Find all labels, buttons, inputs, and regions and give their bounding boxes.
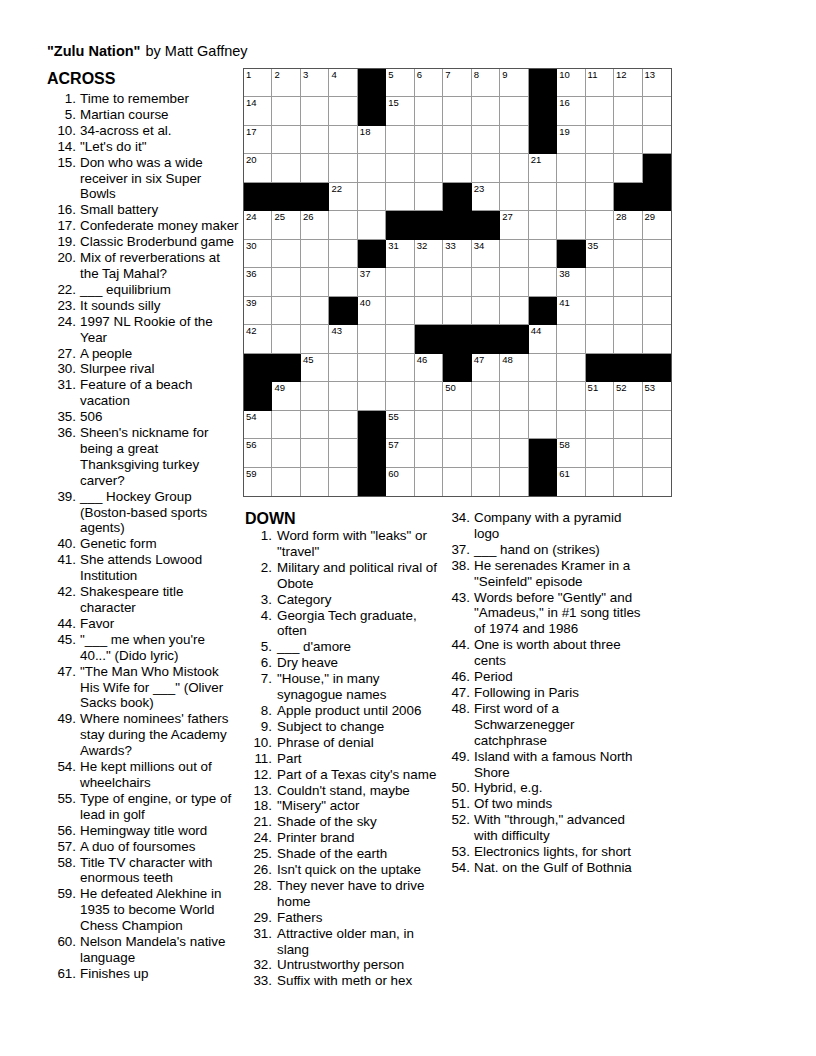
clue-number: 29.	[245, 910, 272, 926]
grid-cell[interactable]: 20	[244, 154, 272, 182]
grid-cell[interactable]	[301, 268, 329, 296]
grid-cell[interactable]	[272, 411, 300, 439]
grid-cell[interactable]: 25	[272, 211, 300, 239]
grid-cell[interactable]: 43	[329, 325, 357, 353]
grid-cell[interactable]	[500, 183, 528, 211]
grid-cell[interactable]	[529, 268, 557, 296]
clue-number: 42.	[47, 584, 76, 600]
cell-number: 15	[388, 97, 399, 108]
grid-cell[interactable]: 60	[386, 468, 414, 496]
grid-cell[interactable]	[500, 382, 528, 410]
grid-cell[interactable]: 3	[301, 69, 329, 97]
grid-cell[interactable]	[443, 297, 471, 325]
grid-cell[interactable]	[329, 411, 357, 439]
grid-cell[interactable]	[358, 325, 386, 353]
grid-cell[interactable]: 21	[529, 154, 557, 182]
clue-item: 14."Let's do it"	[47, 139, 239, 155]
clue-number: 24.	[47, 314, 76, 330]
grid-cell[interactable]	[643, 126, 671, 154]
grid-cell[interactable]	[557, 183, 585, 211]
grid-cell[interactable]: 9	[500, 69, 528, 97]
grid-cell[interactable]	[500, 411, 528, 439]
grid-cell[interactable]	[529, 382, 557, 410]
grid-cell[interactable]	[500, 240, 528, 268]
grid-cell[interactable]	[643, 439, 671, 467]
grid-cell[interactable]	[329, 97, 357, 125]
grid-cell[interactable]: 10	[557, 69, 585, 97]
clue-number: 49.	[440, 749, 470, 765]
cell-number: 18	[360, 126, 371, 137]
clue-number: 3.	[245, 592, 272, 608]
grid-cell[interactable]	[586, 297, 614, 325]
grid-cell[interactable]: 17	[244, 126, 272, 154]
puzzle-title: "Zulu Nation"by Matt Gaffney	[47, 43, 248, 59]
grid-cell-black	[329, 297, 357, 325]
grid-cell[interactable]: 56	[244, 439, 272, 467]
grid-cell[interactable]	[643, 97, 671, 125]
clue-number: 57.	[47, 839, 76, 855]
grid-cell[interactable]	[529, 240, 557, 268]
grid-cell-black	[529, 97, 557, 125]
clue-text: Word form with "leaks" or "travel"	[277, 528, 443, 560]
cell-number: 23	[474, 183, 485, 194]
grid-cell[interactable]	[586, 268, 614, 296]
grid-cell[interactable]: 38	[557, 268, 585, 296]
grid-cell[interactable]	[472, 411, 500, 439]
grid-cell[interactable]: 6	[415, 69, 443, 97]
cell-number: 21	[531, 154, 542, 165]
clue-number: 20.	[47, 250, 76, 266]
cell-number: 29	[645, 211, 656, 222]
grid-cell[interactable]	[415, 297, 443, 325]
clue-number: 14.	[47, 139, 76, 155]
clue-text: Untrustworthy person	[277, 957, 443, 973]
grid-cell[interactable]: 22	[329, 183, 357, 211]
grid-cell[interactable]	[472, 297, 500, 325]
grid-cell[interactable]	[415, 97, 443, 125]
grid-cell[interactable]	[301, 126, 329, 154]
grid-cell[interactable]: 16	[557, 97, 585, 125]
grid-cell[interactable]	[500, 297, 528, 325]
grid-cell[interactable]: 40	[358, 297, 386, 325]
grid-cell[interactable]	[500, 126, 528, 154]
grid-cell[interactable]: 61	[557, 468, 585, 496]
grid-cell[interactable]: 58	[557, 439, 585, 467]
grid-cell[interactable]: 15	[386, 97, 414, 125]
clue-number: 30.	[47, 361, 76, 377]
grid-cell[interactable]: 45	[301, 354, 329, 382]
grid-cell[interactable]	[272, 154, 300, 182]
grid-cell[interactable]	[415, 126, 443, 154]
grid-cell[interactable]	[329, 211, 357, 239]
grid-cell[interactable]	[529, 411, 557, 439]
clue-number: 59.	[47, 886, 76, 902]
grid-cell[interactable]	[415, 268, 443, 296]
grid-cell[interactable]	[415, 154, 443, 182]
grid-cell[interactable]: 26	[301, 211, 329, 239]
grid-cell[interactable]	[329, 240, 357, 268]
grid-cell[interactable]	[443, 126, 471, 154]
clue-item: 36.Sheen's nickname for being a great Th…	[47, 425, 239, 489]
grid-cell[interactable]	[472, 382, 500, 410]
cell-number: 9	[502, 69, 507, 80]
grid-cell[interactable]: 41	[557, 297, 585, 325]
clue-text: 34-across et al.	[80, 123, 239, 139]
grid-cell[interactable]: 24	[244, 211, 272, 239]
clue-number: 35.	[47, 409, 76, 425]
grid-cell[interactable]	[500, 97, 528, 125]
grid-cell[interactable]	[386, 126, 414, 154]
grid-cell[interactable]: 11	[586, 69, 614, 97]
grid-cell[interactable]	[415, 382, 443, 410]
grid-cell[interactable]	[386, 382, 414, 410]
grid-cell[interactable]	[472, 97, 500, 125]
grid-cell[interactable]	[415, 411, 443, 439]
clue-text: Part of a Texas city's name	[277, 767, 443, 783]
grid-cell[interactable]: 49	[272, 382, 300, 410]
grid-cell[interactable]	[500, 154, 528, 182]
clue-item: 29.Fathers	[245, 910, 443, 926]
clue-text: She attends Lowood Institution	[80, 552, 239, 584]
grid-cell[interactable]	[443, 268, 471, 296]
grid-cell[interactable]	[643, 325, 671, 353]
clue-item: 28.They never have to drive home	[245, 878, 443, 910]
grid-cell[interactable]	[386, 354, 414, 382]
grid-cell[interactable]	[301, 439, 329, 467]
cell-number: 3	[303, 69, 308, 80]
grid-cell[interactable]	[557, 154, 585, 182]
grid-cell[interactable]	[329, 268, 357, 296]
across-header: ACROSS	[47, 70, 115, 87]
clue-item: 20.Mix of reverberations at the Taj Maha…	[47, 250, 239, 282]
grid-cell[interactable]	[358, 354, 386, 382]
clue-number: 54.	[440, 860, 470, 876]
grid-cell[interactable]	[586, 325, 614, 353]
cell-number: 39	[246, 297, 257, 308]
grid-cell[interactable]: 8	[472, 69, 500, 97]
grid-cell[interactable]	[614, 268, 642, 296]
grid-cell[interactable]	[614, 126, 642, 154]
clue-item: 31.Attractive older man, in slang	[245, 926, 443, 958]
grid-cell[interactable]	[415, 439, 443, 467]
grid-cell[interactable]	[386, 183, 414, 211]
grid-cell[interactable]	[472, 439, 500, 467]
grid-cell-black	[443, 354, 471, 382]
grid-cell[interactable]: 18	[358, 126, 386, 154]
clue-text: Subject to change	[277, 719, 443, 735]
grid-cell[interactable]	[358, 183, 386, 211]
grid-cell[interactable]	[586, 211, 614, 239]
clue-text: First word of a Schwarzenegger catchphra…	[474, 701, 641, 749]
grid-cell[interactable]: 30	[244, 240, 272, 268]
grid-cell[interactable]	[386, 325, 414, 353]
clue-number: 1.	[245, 528, 272, 544]
cell-number: 49	[274, 382, 285, 393]
clue-item: 55.Type of engine, or type of lead in go…	[47, 791, 239, 823]
grid-cell[interactable]	[301, 297, 329, 325]
grid-cell[interactable]	[329, 382, 357, 410]
grid-cell[interactable]: 5	[386, 69, 414, 97]
grid-cell[interactable]: 39	[244, 297, 272, 325]
grid-cell[interactable]	[272, 439, 300, 467]
clue-item: 61.Finishes up	[47, 966, 239, 982]
grid-cell[interactable]: 33	[443, 240, 471, 268]
grid-cell[interactable]	[586, 154, 614, 182]
cell-number: 46	[417, 354, 428, 365]
clue-text: Georgia Tech graduate, often	[277, 608, 443, 640]
grid-cell[interactable]	[614, 240, 642, 268]
grid-cell[interactable]	[614, 154, 642, 182]
grid-cell[interactable]	[557, 211, 585, 239]
grid-cell[interactable]	[643, 468, 671, 496]
grid-cell[interactable]	[329, 439, 357, 467]
grid-cell[interactable]	[614, 97, 642, 125]
grid-cell-black	[443, 183, 471, 211]
clue-text: Isn't quick on the uptake	[277, 862, 443, 878]
grid-cell[interactable]	[500, 468, 528, 496]
grid-cell[interactable]: 13	[643, 69, 671, 97]
grid-cell[interactable]	[301, 325, 329, 353]
clue-text: "Let's do it"	[80, 139, 239, 155]
clue-text: 1997 NL Rookie of the Year	[80, 314, 239, 346]
clue-number: 27.	[47, 346, 76, 362]
grid-cell[interactable]: 47	[472, 354, 500, 382]
grid-cell-black	[586, 354, 614, 382]
clue-number: 60.	[47, 934, 76, 950]
cell-number: 12	[616, 69, 627, 80]
grid-cell[interactable]: 53	[643, 382, 671, 410]
clue-text: Shade of the sky	[277, 814, 443, 830]
grid-cell[interactable]	[272, 297, 300, 325]
clue-number: 31.	[245, 926, 272, 942]
cell-number: 28	[616, 211, 627, 222]
grid-cell[interactable]: 19	[557, 126, 585, 154]
clue-item: 49.Island with a famous North Shore	[440, 749, 641, 781]
clue-number: 9.	[245, 719, 272, 735]
grid-cell[interactable]: 7	[443, 69, 471, 97]
grid-cell[interactable]	[415, 468, 443, 496]
grid-cell[interactable]: 14	[244, 97, 272, 125]
crossword-grid: 1234567891011121314151617181920212223242…	[243, 68, 672, 497]
grid-cell[interactable]	[301, 97, 329, 125]
grid-cell[interactable]: 44	[529, 325, 557, 353]
grid-cell[interactable]	[529, 211, 557, 239]
grid-cell[interactable]	[272, 126, 300, 154]
grid-cell[interactable]	[443, 97, 471, 125]
clue-number: 7.	[245, 671, 272, 687]
grid-cell[interactable]: 27	[500, 211, 528, 239]
clue-item: 37.___ hand on (strikes)	[440, 542, 641, 558]
grid-cell[interactable]	[614, 468, 642, 496]
grid-cell[interactable]: 52	[614, 382, 642, 410]
clue-number: 28.	[245, 878, 272, 894]
grid-cell[interactable]	[443, 439, 471, 467]
clue-number: 49.	[47, 711, 76, 727]
cell-number: 6	[417, 69, 422, 80]
grid-cell[interactable]: 42	[244, 325, 272, 353]
grid-cell[interactable]: 54	[244, 411, 272, 439]
grid-cell[interactable]	[472, 154, 500, 182]
cell-number: 20	[246, 154, 257, 165]
grid-cell[interactable]	[586, 411, 614, 439]
cell-number: 45	[303, 354, 314, 365]
grid-cell[interactable]	[614, 325, 642, 353]
clue-number: 52.	[440, 812, 470, 828]
cell-number: 48	[502, 354, 513, 365]
grid-cell[interactable]: 50	[443, 382, 471, 410]
grid-cell[interactable]: 35	[586, 240, 614, 268]
grid-cell[interactable]	[500, 439, 528, 467]
grid-cell[interactable]	[272, 268, 300, 296]
clue-item: 38.He serenades Kramer in a "Seinfeld" e…	[440, 558, 641, 590]
grid-cell[interactable]	[329, 468, 357, 496]
grid-cell[interactable]	[301, 411, 329, 439]
grid-cell[interactable]	[358, 154, 386, 182]
clue-text: Category	[277, 592, 443, 608]
clue-text: Phrase of denial	[277, 735, 443, 751]
clue-number: 48.	[440, 701, 470, 717]
grid-cell[interactable]	[586, 97, 614, 125]
grid-cell[interactable]	[472, 126, 500, 154]
grid-cell[interactable]	[643, 411, 671, 439]
clue-item: 8.Apple product until 2006	[245, 703, 443, 719]
clue-number: 8.	[245, 703, 272, 719]
down-clue-list-left: 1.Word form with "leaks" or "travel"2.Mi…	[245, 528, 443, 989]
grid-cell[interactable]: 4	[329, 69, 357, 97]
grid-cell[interactable]: 12	[614, 69, 642, 97]
grid-cell[interactable]	[386, 154, 414, 182]
clue-text: He defeated Alekhine in 1935 to become W…	[80, 886, 239, 934]
grid-cell[interactable]	[643, 297, 671, 325]
clue-item: 30.Slurpee rival	[47, 361, 239, 377]
grid-cell-black	[614, 183, 642, 211]
grid-cell[interactable]: 36	[244, 268, 272, 296]
grid-cell[interactable]	[557, 325, 585, 353]
grid-cell-black	[244, 382, 272, 410]
grid-cell-black	[472, 325, 500, 353]
grid-cell[interactable]	[643, 268, 671, 296]
clue-text: A people	[80, 346, 239, 362]
clue-number: 10.	[245, 735, 272, 751]
cell-number: 17	[246, 126, 257, 137]
clue-text: Following in Paris	[474, 685, 641, 701]
cell-number: 37	[360, 268, 371, 279]
cell-number: 14	[246, 97, 257, 108]
grid-cell[interactable]: 32	[415, 240, 443, 268]
cell-number: 22	[331, 183, 342, 194]
grid-cell[interactable]: 2	[272, 69, 300, 97]
grid-cell[interactable]: 28	[614, 211, 642, 239]
cell-number: 26	[303, 211, 314, 222]
clue-item: 1.Time to remember	[47, 91, 239, 107]
grid-cell[interactable]	[557, 354, 585, 382]
grid-cell[interactable]	[529, 354, 557, 382]
grid-cell[interactable]: 29	[643, 211, 671, 239]
cell-number: 60	[388, 468, 399, 479]
grid-cell[interactable]	[614, 297, 642, 325]
clue-text: Confederate money maker	[80, 218, 239, 234]
grid-cell[interactable]	[472, 268, 500, 296]
clue-text: Suffix with meth or hex	[277, 973, 443, 989]
grid-cell[interactable]	[500, 268, 528, 296]
clue-item: 17.Confederate money maker	[47, 218, 239, 234]
down-clue-list-right: 34.Company with a pyramid logo37.___ han…	[440, 510, 641, 876]
grid-cell[interactable]	[415, 183, 443, 211]
grid-cell[interactable]	[443, 411, 471, 439]
grid-cell[interactable]	[358, 211, 386, 239]
grid-cell[interactable]	[614, 439, 642, 467]
grid-cell[interactable]	[358, 382, 386, 410]
clue-text: Favor	[80, 616, 239, 632]
grid-cell[interactable]	[586, 183, 614, 211]
grid-cell-black	[643, 154, 671, 182]
grid-cell[interactable]: 31	[386, 240, 414, 268]
grid-cell[interactable]: 46	[415, 354, 443, 382]
grid-cell[interactable]	[386, 268, 414, 296]
grid-cell[interactable]	[329, 154, 357, 182]
grid-cell[interactable]	[272, 468, 300, 496]
grid-cell[interactable]	[586, 126, 614, 154]
grid-cell[interactable]	[329, 126, 357, 154]
grid-cell[interactable]: 1	[244, 69, 272, 97]
clue-item: 56.Hemingway title word	[47, 823, 239, 839]
grid-cell[interactable]: 37	[358, 268, 386, 296]
grid-cell[interactable]: 59	[244, 468, 272, 496]
grid-cell[interactable]: 57	[386, 439, 414, 467]
clue-text: Shakespeare title character	[80, 584, 239, 616]
grid-cell[interactable]	[472, 468, 500, 496]
cell-number: 5	[388, 69, 393, 80]
grid-cell-black	[529, 297, 557, 325]
clue-number: 10.	[47, 123, 76, 139]
grid-cell[interactable]	[301, 240, 329, 268]
grid-cell[interactable]	[301, 154, 329, 182]
clue-number: 56.	[47, 823, 76, 839]
grid-cell[interactable]	[301, 382, 329, 410]
clue-item: 50.Hybrid, e.g.	[440, 780, 641, 796]
grid-cell[interactable]	[272, 240, 300, 268]
clue-number: 25.	[245, 846, 272, 862]
grid-cell[interactable]	[272, 325, 300, 353]
cell-number: 54	[246, 411, 257, 422]
grid-cell[interactable]	[386, 297, 414, 325]
grid-cell[interactable]: 23	[472, 183, 500, 211]
grid-cell[interactable]: 48	[500, 354, 528, 382]
grid-cell[interactable]	[443, 154, 471, 182]
clue-number: 2.	[245, 560, 272, 576]
grid-cell[interactable]: 55	[386, 411, 414, 439]
grid-cell[interactable]	[557, 382, 585, 410]
grid-cell[interactable]	[557, 411, 585, 439]
grid-cell[interactable]	[329, 354, 357, 382]
clue-number: 21.	[245, 814, 272, 830]
clue-text: Feature of a beach vacation	[80, 377, 239, 409]
grid-cell[interactable]	[272, 97, 300, 125]
grid-cell[interactable]	[443, 468, 471, 496]
clue-item: 5.___ d'amore	[245, 639, 443, 655]
grid-cell[interactable]	[529, 183, 557, 211]
grid-cell[interactable]: 34	[472, 240, 500, 268]
grid-cell[interactable]	[643, 240, 671, 268]
clue-item: 44.Favor	[47, 616, 239, 632]
grid-cell[interactable]	[614, 411, 642, 439]
grid-cell[interactable]: 51	[586, 382, 614, 410]
grid-cell[interactable]	[586, 439, 614, 467]
grid-cell[interactable]	[301, 468, 329, 496]
clue-text: They never have to drive home	[277, 878, 443, 910]
grid-cell[interactable]	[586, 468, 614, 496]
clue-item: 35.506	[47, 409, 239, 425]
